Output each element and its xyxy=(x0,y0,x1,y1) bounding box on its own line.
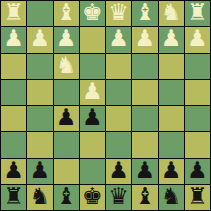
square-a1[interactable]: ♜ xyxy=(185,1,210,26)
square-c5[interactable] xyxy=(132,106,157,131)
square-b1[interactable]: ♞ xyxy=(159,1,184,26)
square-g5[interactable] xyxy=(27,106,52,131)
black-bishop[interactable]: ♝ xyxy=(56,185,77,208)
black-knight[interactable]: ♞ xyxy=(30,185,51,208)
white-king[interactable]: ♚ xyxy=(82,1,103,24)
white-pawn[interactable]: ♟ xyxy=(108,27,129,50)
square-b6[interactable] xyxy=(159,132,184,157)
square-d3[interactable] xyxy=(106,54,131,79)
white-pawn[interactable]: ♟ xyxy=(161,27,182,50)
square-a5[interactable] xyxy=(185,106,210,131)
white-queen[interactable]: ♛ xyxy=(108,1,129,24)
square-g8[interactable]: ♞ xyxy=(27,185,52,210)
square-h5[interactable] xyxy=(1,106,26,131)
square-f4[interactable] xyxy=(54,80,79,105)
square-c6[interactable] xyxy=(132,132,157,157)
square-g1[interactable] xyxy=(27,1,52,26)
square-c2[interactable]: ♟ xyxy=(132,27,157,52)
white-pawn[interactable]: ♟ xyxy=(82,80,103,103)
square-e5[interactable]: ♟ xyxy=(80,106,105,131)
square-e2[interactable] xyxy=(80,27,105,52)
black-queen[interactable]: ♛ xyxy=(108,185,129,208)
square-d7[interactable]: ♟ xyxy=(106,159,131,184)
white-pawn[interactable]: ♟ xyxy=(3,27,24,50)
square-b2[interactable]: ♟ xyxy=(159,27,184,52)
square-h3[interactable] xyxy=(1,54,26,79)
black-pawn[interactable]: ♟ xyxy=(161,159,182,182)
black-rook[interactable]: ♜ xyxy=(187,185,208,208)
square-f6[interactable] xyxy=(54,132,79,157)
square-c1[interactable]: ♝ xyxy=(132,1,157,26)
white-rook[interactable]: ♜ xyxy=(3,1,24,24)
square-e7[interactable] xyxy=(80,159,105,184)
square-a2[interactable]: ♟ xyxy=(185,27,210,52)
square-b3[interactable] xyxy=(159,54,184,79)
square-d1[interactable]: ♛ xyxy=(106,1,131,26)
square-a7[interactable]: ♟ xyxy=(185,159,210,184)
square-f5[interactable]: ♟ xyxy=(54,106,79,131)
white-pawn[interactable]: ♟ xyxy=(30,27,51,50)
square-e4[interactable]: ♟ xyxy=(80,80,105,105)
square-g3[interactable] xyxy=(27,54,52,79)
square-h7[interactable]: ♟ xyxy=(1,159,26,184)
square-h1[interactable]: ♜ xyxy=(1,1,26,26)
square-a8[interactable]: ♜ xyxy=(185,185,210,210)
square-h2[interactable]: ♟ xyxy=(1,27,26,52)
square-a4[interactable] xyxy=(185,80,210,105)
white-pawn[interactable]: ♟ xyxy=(56,27,77,50)
square-g4[interactable] xyxy=(27,80,52,105)
square-g2[interactable]: ♟ xyxy=(27,27,52,52)
black-pawn[interactable]: ♟ xyxy=(135,159,156,182)
black-knight[interactable]: ♞ xyxy=(161,185,182,208)
square-f3[interactable]: ♞ xyxy=(54,54,79,79)
square-b5[interactable] xyxy=(159,106,184,131)
black-pawn[interactable]: ♟ xyxy=(187,159,208,182)
black-pawn[interactable]: ♟ xyxy=(3,159,24,182)
square-d6[interactable] xyxy=(106,132,131,157)
black-pawn[interactable]: ♟ xyxy=(82,106,103,129)
square-g6[interactable] xyxy=(27,132,52,157)
black-pawn[interactable]: ♟ xyxy=(108,159,129,182)
black-pawn[interactable]: ♟ xyxy=(30,159,51,182)
white-pawn[interactable]: ♟ xyxy=(135,27,156,50)
square-e6[interactable] xyxy=(80,132,105,157)
square-h6[interactable] xyxy=(1,132,26,157)
black-rook[interactable]: ♜ xyxy=(3,185,24,208)
square-e8[interactable]: ♚ xyxy=(80,185,105,210)
square-d4[interactable] xyxy=(106,80,131,105)
square-g7[interactable]: ♟ xyxy=(27,159,52,184)
square-e1[interactable]: ♚ xyxy=(80,1,105,26)
white-bishop[interactable]: ♝ xyxy=(56,1,77,24)
square-h4[interactable] xyxy=(1,80,26,105)
square-b4[interactable] xyxy=(159,80,184,105)
square-c4[interactable] xyxy=(132,80,157,105)
black-king[interactable]: ♚ xyxy=(82,185,103,208)
white-knight[interactable]: ♞ xyxy=(161,1,182,24)
black-bishop[interactable]: ♝ xyxy=(135,185,156,208)
square-b7[interactable]: ♟ xyxy=(159,159,184,184)
square-f7[interactable] xyxy=(54,159,79,184)
white-pawn[interactable]: ♟ xyxy=(187,27,208,50)
square-d8[interactable]: ♛ xyxy=(106,185,131,210)
square-e3[interactable] xyxy=(80,54,105,79)
chessboard: ♜♝♚♛♝♞♜♟♟♟♟♟♟♟♞♟♟♟♟♟♟♟♟♟♜♞♝♚♛♝♞♜ xyxy=(0,0,211,211)
square-a3[interactable] xyxy=(185,54,210,79)
square-b8[interactable]: ♞ xyxy=(159,185,184,210)
square-f2[interactable]: ♟ xyxy=(54,27,79,52)
black-pawn[interactable]: ♟ xyxy=(56,106,77,129)
square-d5[interactable] xyxy=(106,106,131,131)
square-c3[interactable] xyxy=(132,54,157,79)
white-knight[interactable]: ♞ xyxy=(56,54,77,77)
square-d2[interactable]: ♟ xyxy=(106,27,131,52)
square-h8[interactable]: ♜ xyxy=(1,185,26,210)
square-c7[interactable]: ♟ xyxy=(132,159,157,184)
square-a6[interactable] xyxy=(185,132,210,157)
square-c8[interactable]: ♝ xyxy=(132,185,157,210)
white-rook[interactable]: ♜ xyxy=(187,1,208,24)
square-f8[interactable]: ♝ xyxy=(54,185,79,210)
white-bishop[interactable]: ♝ xyxy=(135,1,156,24)
square-f1[interactable]: ♝ xyxy=(54,1,79,26)
